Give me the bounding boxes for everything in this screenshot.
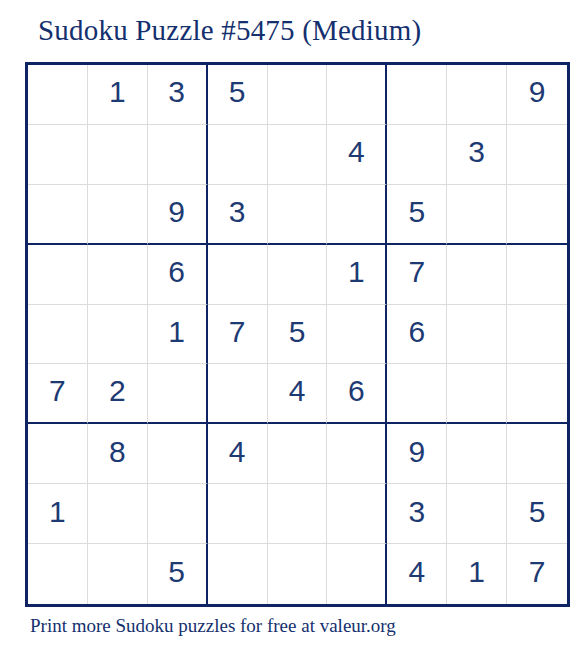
sudoku-cell-r3c1 — [28, 185, 88, 245]
sudoku-cell-r5c4: 7 — [208, 305, 268, 365]
sudoku-cell-r6c7 — [387, 364, 447, 424]
sudoku-cell-r5c3: 1 — [148, 305, 208, 365]
sudoku-cell-r3c2 — [88, 185, 148, 245]
sudoku-cell-r5c9 — [507, 305, 567, 365]
sudoku-cell-r6c8 — [447, 364, 507, 424]
sudoku-cell-r7c5 — [268, 424, 328, 484]
sudoku-cell-r7c3 — [148, 424, 208, 484]
sudoku-cell-r7c8 — [447, 424, 507, 484]
sudoku-cell-r6c9 — [507, 364, 567, 424]
sudoku-cell-r6c1: 7 — [28, 364, 88, 424]
sudoku-cell-r4c2 — [88, 245, 148, 305]
sudoku-cell-r1c6 — [327, 65, 387, 125]
sudoku-cell-r6c2: 2 — [88, 364, 148, 424]
sudoku-cell-r8c5 — [268, 484, 328, 544]
sudoku-cell-r9c6 — [327, 544, 387, 604]
sudoku-cell-r7c7: 9 — [387, 424, 447, 484]
sudoku-cell-r8c9: 5 — [507, 484, 567, 544]
sudoku-cell-r8c8 — [447, 484, 507, 544]
sudoku-cell-r9c8: 1 — [447, 544, 507, 604]
sudoku-cell-r9c2 — [88, 544, 148, 604]
sudoku-cell-r9c5 — [268, 544, 328, 604]
sudoku-grid: 135943935617175672468491355417 — [25, 62, 570, 607]
sudoku-cell-r9c3: 5 — [148, 544, 208, 604]
sudoku-cell-r1c3: 3 — [148, 65, 208, 125]
sudoku-cell-r6c5: 4 — [268, 364, 328, 424]
sudoku-cell-r2c5 — [268, 125, 328, 185]
sudoku-cell-r7c2: 8 — [88, 424, 148, 484]
sudoku-cell-r4c5 — [268, 245, 328, 305]
sudoku-cell-r7c1 — [28, 424, 88, 484]
sudoku-cell-r3c3: 9 — [148, 185, 208, 245]
sudoku-cell-r7c6 — [327, 424, 387, 484]
page-title: Sudoku Puzzle #5475 (Medium) — [38, 14, 421, 47]
sudoku-cell-r3c6 — [327, 185, 387, 245]
sudoku-cell-r8c1: 1 — [28, 484, 88, 544]
sudoku-cell-r6c6: 6 — [327, 364, 387, 424]
sudoku-cell-r2c6: 4 — [327, 125, 387, 185]
sudoku-cell-r4c8 — [447, 245, 507, 305]
sudoku-cell-r8c3 — [148, 484, 208, 544]
sudoku-cell-r2c2 — [88, 125, 148, 185]
sudoku-cell-r5c1 — [28, 305, 88, 365]
sudoku-cell-r1c1 — [28, 65, 88, 125]
sudoku-cell-r9c4 — [208, 544, 268, 604]
sudoku-cell-r9c9: 7 — [507, 544, 567, 604]
sudoku-cell-r4c7: 7 — [387, 245, 447, 305]
sudoku-cell-r4c9 — [507, 245, 567, 305]
sudoku-cell-r8c4 — [208, 484, 268, 544]
sudoku-print-page: Sudoku Puzzle #5475 (Medium) 13594393561… — [0, 0, 574, 651]
sudoku-cell-r1c9: 9 — [507, 65, 567, 125]
sudoku-cell-r5c8 — [447, 305, 507, 365]
sudoku-cell-r8c2 — [88, 484, 148, 544]
sudoku-cell-r9c7: 4 — [387, 544, 447, 604]
sudoku-cell-r2c8: 3 — [447, 125, 507, 185]
footer-text: Print more Sudoku puzzles for free at va… — [30, 615, 396, 637]
sudoku-cell-r8c7: 3 — [387, 484, 447, 544]
sudoku-cell-r3c4: 3 — [208, 185, 268, 245]
sudoku-cell-r8c6 — [327, 484, 387, 544]
sudoku-cell-r6c3 — [148, 364, 208, 424]
sudoku-cell-r4c1 — [28, 245, 88, 305]
sudoku-cell-r5c5: 5 — [268, 305, 328, 365]
sudoku-cell-r6c4 — [208, 364, 268, 424]
sudoku-cell-r7c4: 4 — [208, 424, 268, 484]
sudoku-cell-r2c4 — [208, 125, 268, 185]
sudoku-cell-r9c1 — [28, 544, 88, 604]
sudoku-cell-r1c4: 5 — [208, 65, 268, 125]
sudoku-cell-r1c7 — [387, 65, 447, 125]
sudoku-cell-r7c9 — [507, 424, 567, 484]
sudoku-cell-r5c7: 6 — [387, 305, 447, 365]
sudoku-cell-r2c3 — [148, 125, 208, 185]
sudoku-cell-r3c5 — [268, 185, 328, 245]
sudoku-cell-r1c2: 1 — [88, 65, 148, 125]
sudoku-cell-r1c8 — [447, 65, 507, 125]
sudoku-cell-r5c2 — [88, 305, 148, 365]
sudoku-cell-r2c9 — [507, 125, 567, 185]
sudoku-cell-r3c9 — [507, 185, 567, 245]
sudoku-cell-r4c6: 1 — [327, 245, 387, 305]
sudoku-cell-r3c7: 5 — [387, 185, 447, 245]
sudoku-cell-r2c1 — [28, 125, 88, 185]
sudoku-cell-r2c7 — [387, 125, 447, 185]
sudoku-cell-r5c6 — [327, 305, 387, 365]
sudoku-cell-r3c8 — [447, 185, 507, 245]
sudoku-cell-r1c5 — [268, 65, 328, 125]
sudoku-cell-r4c4 — [208, 245, 268, 305]
sudoku-cell-r4c3: 6 — [148, 245, 208, 305]
